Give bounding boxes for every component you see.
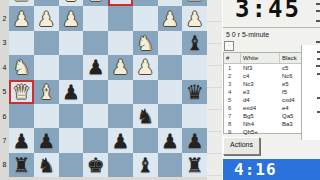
- white-move[interactable]: Nc3: [241, 80, 280, 88]
- square-b6[interactable]: [158, 104, 183, 128]
- white-move[interactable]: exd4: [241, 104, 280, 112]
- white-queen: ♛: [12, 80, 30, 104]
- square-h6[interactable]: [9, 104, 34, 128]
- black-queen: ♛: [186, 80, 204, 104]
- square-b5[interactable]: [158, 80, 183, 104]
- square-f2[interactable]: ♟: [59, 6, 84, 30]
- square-g6[interactable]: [34, 104, 59, 128]
- rank-label-4: 4: [0, 55, 9, 79]
- square-h3[interactable]: [9, 31, 34, 55]
- square-e8[interactable]: ♚: [83, 153, 108, 177]
- actions-button[interactable]: Actions: [223, 137, 260, 155]
- move-row-4: 4e3f5: [224, 88, 301, 96]
- square-g4[interactable]: [34, 55, 59, 79]
- black-king: ♚: [87, 153, 105, 177]
- white-bishop: ♝: [62, 0, 80, 6]
- square-g5[interactable]: ♝: [34, 80, 59, 104]
- square-e4[interactable]: ♟: [83, 55, 108, 79]
- white-pawn: ♟: [12, 7, 30, 31]
- square-b2[interactable]: ♟: [158, 6, 183, 30]
- square-a5[interactable]: ♛: [182, 80, 207, 104]
- move-list-header: # White Black: [224, 53, 301, 64]
- move-row-2: 2c4Nc6: [224, 72, 301, 80]
- square-e3[interactable]: [83, 31, 108, 55]
- black-pawn: ♟: [62, 80, 80, 104]
- square-c7[interactable]: [133, 128, 158, 152]
- square-f8[interactable]: [59, 153, 84, 177]
- square-h7[interactable]: ♟: [9, 128, 34, 152]
- square-h8[interactable]: ♜: [9, 153, 34, 177]
- game-side-panel: 3:45 5 0 r 5-minute · # White Black 1Nf3…: [223, 0, 320, 180]
- move-row-8: 8Nh4Ba3: [224, 120, 301, 128]
- square-f3[interactable]: [59, 31, 84, 55]
- white-pawn: ♟: [136, 55, 154, 79]
- move-row-3: 3Nc3e5: [224, 80, 301, 88]
- cut-off-text-fragment: [316, 65, 320, 67]
- cut-off-text-fragment: [316, 41, 320, 43]
- white-pawn: ♟: [62, 7, 80, 31]
- square-c5[interactable]: [133, 80, 158, 104]
- white-pawn: ♟: [186, 7, 204, 31]
- square-a7[interactable]: ♟: [182, 128, 207, 152]
- rank-label-5: 5: [0, 80, 9, 104]
- square-d4[interactable]: ♟: [108, 55, 133, 79]
- white-clock: 3:45: [223, 0, 313, 27]
- cut-off-window: [301, 45, 320, 140]
- cut-off-text-fragment: [316, 10, 320, 12]
- white-knight: ♞: [136, 31, 154, 55]
- black-move[interactable]: Qa5: [280, 112, 301, 120]
- square-c6[interactable]: ♞: [133, 104, 158, 128]
- black-move[interactable]: Nc6: [280, 72, 301, 80]
- black-pawn: ♟: [111, 129, 129, 153]
- move-list-scroll-handle[interactable]: ·: [224, 41, 234, 51]
- black-pawn: ♟: [12, 129, 30, 153]
- square-a6[interactable]: [182, 104, 207, 128]
- square-a4[interactable]: [182, 55, 207, 79]
- square-h5[interactable]: ♛: [9, 80, 34, 104]
- white-pawn: ♟: [161, 7, 179, 31]
- white-pawn: ♟: [37, 7, 55, 31]
- rank-label-8: 8: [0, 153, 9, 177]
- square-g3[interactable]: [34, 31, 59, 55]
- white-rook: ♜: [186, 0, 204, 6]
- square-e2[interactable]: [83, 6, 108, 30]
- black-pawn: ♟: [161, 129, 179, 153]
- move-list-body[interactable]: 1Nf3c52c4Nc63Nc3e54e3f55d4cxd46exd4e47Bg…: [224, 64, 301, 136]
- chess-board-area: 12345678 ♜♝♚♜♟♟♟♟♟♞♝♞♟♟♟♛♝♟♛♞♟♟♟♟♟♜♞♚♝♜: [0, 0, 207, 180]
- black-pawn: ♟: [186, 129, 204, 153]
- white-rook: ♜: [12, 0, 30, 6]
- square-d7[interactable]: ♟: [108, 128, 133, 152]
- move-row-7: 7Bg5Qa5: [224, 112, 301, 120]
- black-bishop: ♝: [186, 31, 204, 55]
- square-c8[interactable]: ♝: [133, 153, 158, 177]
- white-pawn: ♟: [111, 55, 129, 79]
- white-move[interactable]: Bg5: [241, 112, 280, 120]
- square-b3[interactable]: [158, 31, 183, 55]
- square-f5[interactable]: ♟: [59, 80, 84, 104]
- white-move[interactable]: Nh4: [241, 120, 280, 128]
- rank-label-3: 3: [0, 31, 9, 55]
- move-number[interactable]: 5: [224, 96, 241, 104]
- rank-label-7: 7: [0, 128, 9, 152]
- square-f7[interactable]: [59, 128, 84, 152]
- white-king: ♚: [87, 0, 105, 6]
- black-move[interactable]: Ba3: [280, 120, 301, 128]
- chess-client-window: 12345678 ♜♝♚♜♟♟♟♟♟♞♝♞♟♟♟♛♝♟♛♞♟♟♟♟♟♜♞♚♝♜ …: [0, 0, 320, 180]
- square-h2[interactable]: ♟: [9, 6, 34, 30]
- black-rook: ♜: [186, 153, 204, 177]
- chess-board[interactable]: ♜♝♚♜♟♟♟♟♟♞♝♞♟♟♟♛♝♟♛♞♟♟♟♟♟♜♞♚♝♜: [9, 0, 207, 177]
- move-number[interactable]: 1: [224, 64, 241, 72]
- square-b4[interactable]: [158, 55, 183, 79]
- white-bishop: ♝: [37, 80, 55, 104]
- black-pawn: ♟: [37, 129, 55, 153]
- white-move[interactable]: e3: [241, 88, 280, 96]
- cut-off-text-fragment: [316, 20, 320, 22]
- black-clock-active: 4:16: [223, 159, 320, 180]
- black-knight: ♞: [37, 153, 55, 177]
- move-number-header: #: [224, 53, 241, 63]
- black-move[interactable]: cxd4: [280, 96, 301, 104]
- square-g7[interactable]: ♟: [34, 128, 59, 152]
- square-c4[interactable]: ♟: [133, 55, 158, 79]
- square-c3[interactable]: ♞: [133, 31, 158, 55]
- square-d3[interactable]: [108, 31, 133, 55]
- black-rook: ♜: [12, 153, 30, 177]
- square-h4[interactable]: ♞: [9, 55, 34, 79]
- square-d6[interactable]: [108, 104, 133, 128]
- board-panel-splitter[interactable]: [207, 0, 223, 180]
- black-move[interactable]: e4: [280, 104, 301, 112]
- white-knight: ♞: [12, 55, 30, 79]
- black-pawn: ♟: [87, 55, 105, 79]
- square-g2[interactable]: ♟: [34, 6, 59, 30]
- square-b7[interactable]: ♟: [158, 128, 183, 152]
- square-f6[interactable]: [59, 104, 84, 128]
- white-move[interactable]: Nf3: [241, 64, 280, 72]
- rank-label-2: 2: [0, 6, 9, 30]
- cut-off-text-fragment: [316, 3, 320, 5]
- white-move[interactable]: c4: [241, 72, 280, 80]
- move-number[interactable]: 3: [224, 80, 241, 88]
- square-b8[interactable]: [158, 153, 183, 177]
- white-column-header: White: [241, 53, 280, 63]
- square-e5[interactable]: [83, 80, 108, 104]
- move-row-1: 1Nf3c5: [224, 64, 301, 72]
- black-move[interactable]: [280, 128, 301, 136]
- square-c2[interactable]: [133, 6, 158, 30]
- square-g8[interactable]: ♞: [34, 153, 59, 177]
- black-move[interactable]: e5: [280, 80, 301, 88]
- move-list[interactable]: # White Black 1Nf3c52c4Nc63Nc3e54e3f55d4…: [223, 52, 302, 134]
- rank-labels: 12345678: [0, 0, 9, 177]
- move-number[interactable]: 4: [224, 88, 241, 96]
- white-move[interactable]: Qh5+: [241, 128, 280, 136]
- white-move[interactable]: d4: [241, 96, 280, 104]
- black-move[interactable]: f5: [280, 88, 301, 96]
- square-a3[interactable]: ♝: [182, 31, 207, 55]
- square-e7[interactable]: [83, 128, 108, 152]
- black-bishop: ♝: [136, 153, 154, 177]
- black-move[interactable]: c5: [280, 64, 301, 72]
- square-e6[interactable]: [83, 104, 108, 128]
- square-d5[interactable]: [108, 80, 133, 104]
- move-row-5: 5d4cxd4: [224, 96, 301, 104]
- square-d2[interactable]: [108, 6, 133, 30]
- move-row-6: 6exd4e4: [224, 104, 301, 112]
- black-knight: ♞: [136, 104, 154, 128]
- square-f4[interactable]: [59, 55, 84, 79]
- move-number[interactable]: 7: [224, 112, 241, 120]
- black-column-header: Black: [280, 53, 301, 63]
- rank-label-6: 6: [0, 104, 9, 128]
- move-row-9: 9Qh5+: [224, 128, 301, 136]
- game-info-label: 5 0 r 5-minute: [226, 31, 269, 38]
- move-number[interactable]: 9: [224, 128, 241, 136]
- square-d8[interactable]: [108, 153, 133, 177]
- square-a8[interactable]: ♜: [182, 153, 207, 177]
- move-number[interactable]: 2: [224, 72, 241, 80]
- move-number[interactable]: 8: [224, 120, 241, 128]
- divider: [223, 27, 320, 28]
- move-number[interactable]: 6: [224, 104, 241, 112]
- square-a2[interactable]: ♟: [182, 6, 207, 30]
